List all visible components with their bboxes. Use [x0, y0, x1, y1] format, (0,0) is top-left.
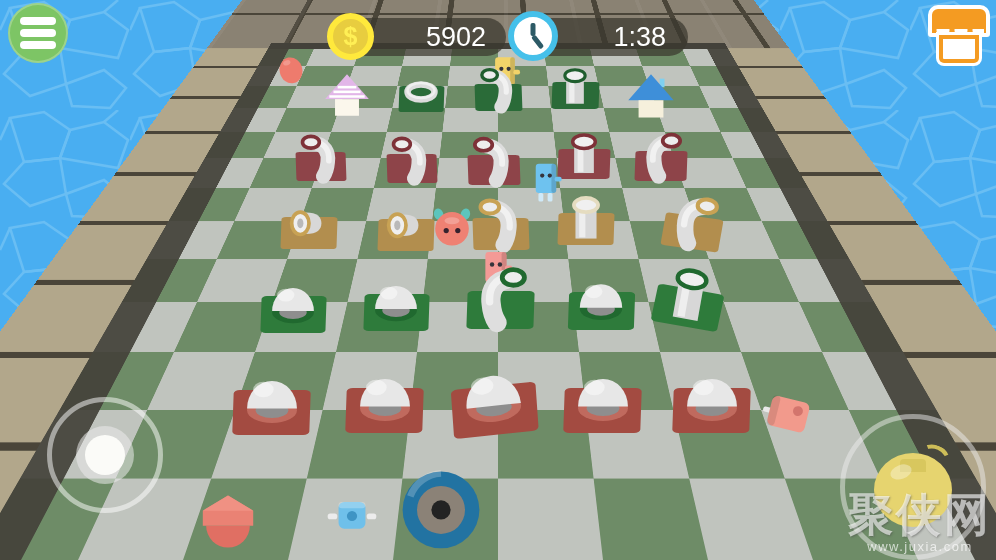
- storefront-icon: [928, 5, 990, 37]
- hamburger-menu-icon: [20, 41, 56, 49]
- clock-icon: [508, 11, 558, 61]
- movement-joystick[interactable]: [47, 397, 163, 513]
- timer-value: 1:38: [613, 22, 666, 53]
- hamburger-menu-icon: [20, 17, 56, 25]
- menu-button[interactable]: [8, 3, 68, 63]
- coin-value: 5902: [426, 22, 486, 53]
- hamburger-menu-icon: [20, 29, 56, 37]
- joystick-knob[interactable]: [85, 435, 125, 475]
- coin-counter: $ 5902: [336, 18, 506, 56]
- shop-button[interactable]: [928, 5, 992, 73]
- bomb-icon: [874, 453, 952, 527]
- game-screen: $ 5902 1:38 聚侠网 www.juxia.com: [0, 0, 996, 560]
- bomb-button[interactable]: [840, 414, 986, 560]
- coin-dollar-icon: $: [327, 13, 374, 60]
- timer: 1:38: [518, 18, 688, 56]
